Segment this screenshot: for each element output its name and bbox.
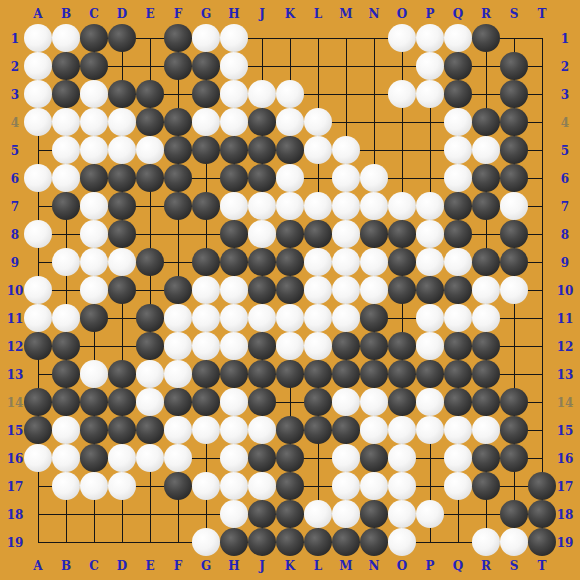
stone-white-B1[interactable] — [52, 24, 80, 52]
stone-black-D14[interactable] — [108, 388, 136, 416]
stone-white-K3[interactable] — [276, 80, 304, 108]
stone-black-F7[interactable] — [164, 192, 192, 220]
stone-black-A14[interactable] — [24, 388, 52, 416]
stone-white-J3[interactable] — [248, 80, 276, 108]
stone-white-Q4[interactable] — [444, 108, 472, 136]
stone-black-K8[interactable] — [276, 220, 304, 248]
stone-white-D5[interactable] — [108, 136, 136, 164]
stone-black-J19[interactable] — [248, 528, 276, 556]
stone-white-J8[interactable] — [248, 220, 276, 248]
stone-white-H17[interactable] — [220, 472, 248, 500]
stone-black-D8[interactable] — [108, 220, 136, 248]
stone-black-R1[interactable] — [472, 24, 500, 52]
stone-black-G13[interactable] — [192, 360, 220, 388]
stone-black-R9[interactable] — [472, 248, 500, 276]
row-label-right-6: 6 — [561, 173, 569, 185]
stone-black-D15[interactable] — [108, 416, 136, 444]
stone-black-N13[interactable] — [360, 360, 388, 388]
stone-black-F1[interactable] — [164, 24, 192, 52]
stone-black-R4[interactable] — [472, 108, 500, 136]
stone-black-B13[interactable] — [52, 360, 80, 388]
stone-white-M8[interactable] — [332, 220, 360, 248]
stone-white-C7[interactable] — [80, 192, 108, 220]
stone-white-R19[interactable] — [472, 528, 500, 556]
stone-black-P10[interactable] — [416, 276, 444, 304]
stone-white-M16[interactable] — [332, 444, 360, 472]
stone-black-K15[interactable] — [276, 416, 304, 444]
col-label-top-D: D — [117, 8, 127, 20]
stone-white-N9[interactable] — [360, 248, 388, 276]
stone-white-D17[interactable] — [108, 472, 136, 500]
stone-black-S15[interactable] — [500, 416, 528, 444]
stone-black-D1[interactable] — [108, 24, 136, 52]
stone-black-R7[interactable] — [472, 192, 500, 220]
stone-white-H1[interactable] — [220, 24, 248, 52]
stone-white-E5[interactable] — [136, 136, 164, 164]
stone-black-O14[interactable] — [388, 388, 416, 416]
stone-white-M18[interactable] — [332, 500, 360, 528]
stone-black-C15[interactable] — [80, 416, 108, 444]
stone-white-G19[interactable] — [192, 528, 220, 556]
stone-white-D4[interactable] — [108, 108, 136, 136]
stone-white-S19[interactable] — [500, 528, 528, 556]
stone-black-Q12[interactable] — [444, 332, 472, 360]
stone-white-C8[interactable] — [80, 220, 108, 248]
stone-black-L14[interactable] — [304, 388, 332, 416]
stone-white-L4[interactable] — [304, 108, 332, 136]
stone-black-S2[interactable] — [500, 52, 528, 80]
stone-black-J16[interactable] — [248, 444, 276, 472]
stone-black-B7[interactable] — [52, 192, 80, 220]
stone-white-M7[interactable] — [332, 192, 360, 220]
stone-white-A2[interactable] — [24, 52, 52, 80]
stone-white-A6[interactable] — [24, 164, 52, 192]
stone-black-J6[interactable] — [248, 164, 276, 192]
stone-white-A1[interactable] — [24, 24, 52, 52]
stone-black-T19[interactable] — [528, 528, 556, 556]
stone-white-H16[interactable] — [220, 444, 248, 472]
stone-black-J12[interactable] — [248, 332, 276, 360]
stone-white-Q16[interactable] — [444, 444, 472, 472]
stone-white-F13[interactable] — [164, 360, 192, 388]
stone-white-F11[interactable] — [164, 304, 192, 332]
stone-black-M19[interactable] — [332, 528, 360, 556]
stone-white-O1[interactable] — [388, 24, 416, 52]
stone-white-G4[interactable] — [192, 108, 220, 136]
col-label-bottom-R: R — [481, 560, 491, 572]
stone-black-K17[interactable] — [276, 472, 304, 500]
stone-white-G1[interactable] — [192, 24, 220, 52]
stone-white-J11[interactable] — [248, 304, 276, 332]
stone-white-D9[interactable] — [108, 248, 136, 276]
stone-black-E9[interactable] — [136, 248, 164, 276]
stone-white-P15[interactable] — [416, 416, 444, 444]
stone-black-A15[interactable] — [24, 416, 52, 444]
stone-black-F5[interactable] — [164, 136, 192, 164]
stone-black-O13[interactable] — [388, 360, 416, 388]
stone-black-R16[interactable] — [472, 444, 500, 472]
stone-black-E12[interactable] — [136, 332, 164, 360]
stone-black-C14[interactable] — [80, 388, 108, 416]
stone-white-N7[interactable] — [360, 192, 388, 220]
stone-white-G10[interactable] — [192, 276, 220, 304]
stone-white-K6[interactable] — [276, 164, 304, 192]
stone-black-F14[interactable] — [164, 388, 192, 416]
stone-black-R6[interactable] — [472, 164, 500, 192]
col-label-top-C: C — [89, 8, 99, 20]
stone-white-P12[interactable] — [416, 332, 444, 360]
stone-white-L11[interactable] — [304, 304, 332, 332]
stone-white-P1[interactable] — [416, 24, 444, 52]
stone-black-B3[interactable] — [52, 80, 80, 108]
stone-white-P11[interactable] — [416, 304, 444, 332]
stone-white-P7[interactable] — [416, 192, 444, 220]
stone-white-B11[interactable] — [52, 304, 80, 332]
stone-white-O7[interactable] — [388, 192, 416, 220]
stone-black-E11[interactable] — [136, 304, 164, 332]
stone-white-C13[interactable] — [80, 360, 108, 388]
stone-white-L12[interactable] — [304, 332, 332, 360]
stone-white-M6[interactable] — [332, 164, 360, 192]
stone-white-B6[interactable] — [52, 164, 80, 192]
stone-white-Q9[interactable] — [444, 248, 472, 276]
stone-black-J9[interactable] — [248, 248, 276, 276]
col-label-bottom-E: E — [145, 560, 154, 572]
stone-black-P13[interactable] — [416, 360, 444, 388]
stone-white-L18[interactable] — [304, 500, 332, 528]
stone-white-F16[interactable] — [164, 444, 192, 472]
stone-white-R15[interactable] — [472, 416, 500, 444]
stone-black-A12[interactable] — [24, 332, 52, 360]
stone-black-D13[interactable] — [108, 360, 136, 388]
stone-white-B9[interactable] — [52, 248, 80, 276]
stone-white-B5[interactable] — [52, 136, 80, 164]
col-label-top-E: E — [145, 8, 154, 20]
stone-black-H19[interactable] — [220, 528, 248, 556]
stone-black-Q2[interactable] — [444, 52, 472, 80]
stone-white-Q5[interactable] — [444, 136, 472, 164]
stone-black-N18[interactable] — [360, 500, 388, 528]
stone-black-J4[interactable] — [248, 108, 276, 136]
stone-white-J15[interactable] — [248, 416, 276, 444]
col-label-top-L: L — [314, 8, 322, 20]
stone-white-K11[interactable] — [276, 304, 304, 332]
stone-white-N17[interactable] — [360, 472, 388, 500]
stone-white-O3[interactable] — [388, 80, 416, 108]
col-label-top-B: B — [61, 8, 71, 20]
stone-black-E4[interactable] — [136, 108, 164, 136]
stone-black-N16[interactable] — [360, 444, 388, 472]
stone-white-E16[interactable] — [136, 444, 164, 472]
stone-white-H10[interactable] — [220, 276, 248, 304]
col-label-top-M: M — [339, 8, 352, 20]
stone-black-M13[interactable] — [332, 360, 360, 388]
stone-black-J18[interactable] — [248, 500, 276, 528]
stone-black-G7[interactable] — [192, 192, 220, 220]
stone-white-B15[interactable] — [52, 416, 80, 444]
stone-black-S6[interactable] — [500, 164, 528, 192]
stone-black-Q3[interactable] — [444, 80, 472, 108]
stone-black-K19[interactable] — [276, 528, 304, 556]
row-label-right-17: 17 — [557, 481, 574, 493]
stone-white-H4[interactable] — [220, 108, 248, 136]
stone-black-Q13[interactable] — [444, 360, 472, 388]
stone-black-F17[interactable] — [164, 472, 192, 500]
stone-black-D10[interactable] — [108, 276, 136, 304]
stone-white-N14[interactable] — [360, 388, 388, 416]
stone-white-N6[interactable] — [360, 164, 388, 192]
col-label-top-S: S — [510, 8, 519, 20]
row-label-right-18: 18 — [557, 509, 574, 521]
stone-white-E13[interactable] — [136, 360, 164, 388]
row-label-left-2: 2 — [11, 61, 19, 73]
stone-white-A4[interactable] — [24, 108, 52, 136]
stone-black-B14[interactable] — [52, 388, 80, 416]
stone-white-R5[interactable] — [472, 136, 500, 164]
row-label-left-12: 12 — [7, 341, 24, 353]
stone-white-B17[interactable] — [52, 472, 80, 500]
stone-white-H15[interactable] — [220, 416, 248, 444]
stone-white-A8[interactable] — [24, 220, 52, 248]
stone-white-O18[interactable] — [388, 500, 416, 528]
stone-white-P2[interactable] — [416, 52, 444, 80]
stone-white-B16[interactable] — [52, 444, 80, 472]
stone-black-J10[interactable] — [248, 276, 276, 304]
stone-black-N19[interactable] — [360, 528, 388, 556]
stone-white-H18[interactable] — [220, 500, 248, 528]
stone-black-G5[interactable] — [192, 136, 220, 164]
stone-black-L8[interactable] — [304, 220, 332, 248]
stone-black-R13[interactable] — [472, 360, 500, 388]
col-label-bottom-O: O — [397, 560, 407, 572]
stone-white-A10[interactable] — [24, 276, 52, 304]
stone-white-P18[interactable] — [416, 500, 444, 528]
stone-black-G9[interactable] — [192, 248, 220, 276]
stone-black-C2[interactable] — [80, 52, 108, 80]
stone-black-Q10[interactable] — [444, 276, 472, 304]
stone-white-H2[interactable] — [220, 52, 248, 80]
stone-black-C11[interactable] — [80, 304, 108, 332]
stone-black-R12[interactable] — [472, 332, 500, 360]
stone-white-C3[interactable] — [80, 80, 108, 108]
stone-black-K18[interactable] — [276, 500, 304, 528]
stone-white-P8[interactable] — [416, 220, 444, 248]
stone-black-M12[interactable] — [332, 332, 360, 360]
stone-white-S10[interactable] — [500, 276, 528, 304]
stone-white-K12[interactable] — [276, 332, 304, 360]
stone-black-S3[interactable] — [500, 80, 528, 108]
stone-white-K7[interactable] — [276, 192, 304, 220]
stone-black-K10[interactable] — [276, 276, 304, 304]
stone-black-M15[interactable] — [332, 416, 360, 444]
stone-black-R17[interactable] — [472, 472, 500, 500]
stone-white-L5[interactable] — [304, 136, 332, 164]
stone-black-B12[interactable] — [52, 332, 80, 360]
stone-black-K16[interactable] — [276, 444, 304, 472]
stone-white-F12[interactable] — [164, 332, 192, 360]
stone-white-E14[interactable] — [136, 388, 164, 416]
stone-white-Q17[interactable] — [444, 472, 472, 500]
stone-white-K4[interactable] — [276, 108, 304, 136]
stone-black-L13[interactable] — [304, 360, 332, 388]
stone-black-S5[interactable] — [500, 136, 528, 164]
stone-black-R14[interactable] — [472, 388, 500, 416]
stone-white-C17[interactable] — [80, 472, 108, 500]
stone-black-K13[interactable] — [276, 360, 304, 388]
col-label-top-J: J — [259, 8, 265, 20]
stone-black-D7[interactable] — [108, 192, 136, 220]
col-label-bottom-T: T — [538, 560, 547, 572]
stone-black-S18[interactable] — [500, 500, 528, 528]
stone-black-T17[interactable] — [528, 472, 556, 500]
stone-white-P9[interactable] — [416, 248, 444, 276]
stone-white-M5[interactable] — [332, 136, 360, 164]
stone-white-C10[interactable] — [80, 276, 108, 304]
stone-black-O9[interactable] — [388, 248, 416, 276]
stone-black-G14[interactable] — [192, 388, 220, 416]
stone-black-G2[interactable] — [192, 52, 220, 80]
stone-white-C9[interactable] — [80, 248, 108, 276]
stone-black-S14[interactable] — [500, 388, 528, 416]
row-label-left-10: 10 — [7, 285, 24, 297]
stone-black-D3[interactable] — [108, 80, 136, 108]
row-label-right-16: 16 — [557, 453, 574, 465]
stone-black-S9[interactable] — [500, 248, 528, 276]
stone-white-G12[interactable] — [192, 332, 220, 360]
stone-white-G11[interactable] — [192, 304, 220, 332]
col-label-top-G: G — [201, 8, 211, 20]
stone-black-J5[interactable] — [248, 136, 276, 164]
stone-white-M14[interactable] — [332, 388, 360, 416]
stone-white-L9[interactable] — [304, 248, 332, 276]
col-label-top-P: P — [425, 8, 434, 20]
col-label-top-N: N — [369, 8, 380, 20]
stone-white-H12[interactable] — [220, 332, 248, 360]
stone-black-L15[interactable] — [304, 416, 332, 444]
stone-black-F4[interactable] — [164, 108, 192, 136]
stone-white-H14[interactable] — [220, 388, 248, 416]
stone-black-C6[interactable] — [80, 164, 108, 192]
stone-white-A3[interactable] — [24, 80, 52, 108]
stone-black-H8[interactable] — [220, 220, 248, 248]
stone-black-H13[interactable] — [220, 360, 248, 388]
stone-white-H11[interactable] — [220, 304, 248, 332]
stone-black-C1[interactable] — [80, 24, 108, 52]
stone-black-B2[interactable] — [52, 52, 80, 80]
col-label-bottom-Q: Q — [453, 560, 463, 572]
stone-black-Q14[interactable] — [444, 388, 472, 416]
stone-black-N8[interactable] — [360, 220, 388, 248]
stone-white-Q15[interactable] — [444, 416, 472, 444]
stone-black-J14[interactable] — [248, 388, 276, 416]
stone-black-T18[interactable] — [528, 500, 556, 528]
stone-black-Q7[interactable] — [444, 192, 472, 220]
stone-white-L10[interactable] — [304, 276, 332, 304]
stone-black-E3[interactable] — [136, 80, 164, 108]
stone-white-O16[interactable] — [388, 444, 416, 472]
stone-black-G3[interactable] — [192, 80, 220, 108]
stone-white-B4[interactable] — [52, 108, 80, 136]
stone-white-M9[interactable] — [332, 248, 360, 276]
stone-black-H9[interactable] — [220, 248, 248, 276]
stone-white-C4[interactable] — [80, 108, 108, 136]
stone-white-R10[interactable] — [472, 276, 500, 304]
stone-black-O12[interactable] — [388, 332, 416, 360]
stone-black-O10[interactable] — [388, 276, 416, 304]
row-label-right-14: 14 — [557, 397, 574, 409]
stone-white-N10[interactable] — [360, 276, 388, 304]
stone-white-G15[interactable] — [192, 416, 220, 444]
stone-white-O17[interactable] — [388, 472, 416, 500]
stone-white-R11[interactable] — [472, 304, 500, 332]
stone-white-S7[interactable] — [500, 192, 528, 220]
stone-black-N11[interactable] — [360, 304, 388, 332]
stone-white-N15[interactable] — [360, 416, 388, 444]
stone-white-H7[interactable] — [220, 192, 248, 220]
stone-white-L7[interactable] — [304, 192, 332, 220]
stone-white-A16[interactable] — [24, 444, 52, 472]
stone-black-D6[interactable] — [108, 164, 136, 192]
col-label-top-Q: Q — [453, 8, 463, 20]
stone-black-H6[interactable] — [220, 164, 248, 192]
col-label-bottom-P: P — [425, 560, 434, 572]
stone-white-M11[interactable] — [332, 304, 360, 332]
stone-white-O19[interactable] — [388, 528, 416, 556]
stone-white-F15[interactable] — [164, 416, 192, 444]
stone-white-M17[interactable] — [332, 472, 360, 500]
stone-white-P14[interactable] — [416, 388, 444, 416]
stone-black-L19[interactable] — [304, 528, 332, 556]
stone-black-F10[interactable] — [164, 276, 192, 304]
stone-black-E15[interactable] — [136, 416, 164, 444]
stone-white-Q1[interactable] — [444, 24, 472, 52]
go-board[interactable]: AA11BB22CC33DD44EE55FF66GG77HH88JJ99KK10… — [0, 0, 580, 580]
stone-white-J17[interactable] — [248, 472, 276, 500]
row-label-left-3: 3 — [11, 89, 19, 101]
stone-black-N12[interactable] — [360, 332, 388, 360]
stone-white-Q6[interactable] — [444, 164, 472, 192]
stone-white-A11[interactable] — [24, 304, 52, 332]
stone-black-O8[interactable] — [388, 220, 416, 248]
stone-white-Q11[interactable] — [444, 304, 472, 332]
stone-black-F2[interactable] — [164, 52, 192, 80]
stone-white-J7[interactable] — [248, 192, 276, 220]
stone-white-M10[interactable] — [332, 276, 360, 304]
stone-black-K9[interactable] — [276, 248, 304, 276]
col-label-bottom-K: K — [285, 560, 295, 572]
stone-black-S8[interactable] — [500, 220, 528, 248]
stone-black-F6[interactable] — [164, 164, 192, 192]
stone-white-H3[interactable] — [220, 80, 248, 108]
stone-white-C5[interactable] — [80, 136, 108, 164]
stone-white-O15[interactable] — [388, 416, 416, 444]
stone-black-S16[interactable] — [500, 444, 528, 472]
stone-black-J13[interactable] — [248, 360, 276, 388]
stone-white-G17[interactable] — [192, 472, 220, 500]
stone-black-Q8[interactable] — [444, 220, 472, 248]
stone-black-S4[interactable] — [500, 108, 528, 136]
row-label-left-6: 6 — [11, 173, 19, 185]
row-label-right-5: 5 — [561, 145, 569, 157]
stone-black-H5[interactable] — [220, 136, 248, 164]
col-label-bottom-H: H — [228, 560, 239, 572]
row-label-left-18: 18 — [7, 509, 24, 521]
stone-black-E6[interactable] — [136, 164, 164, 192]
stone-white-D16[interactable] — [108, 444, 136, 472]
stone-black-C16[interactable] — [80, 444, 108, 472]
stone-white-P3[interactable] — [416, 80, 444, 108]
stone-black-K5[interactable] — [276, 136, 304, 164]
